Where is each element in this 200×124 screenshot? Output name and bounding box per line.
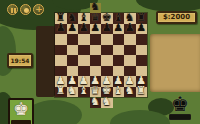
piece-white-pawn[interactable]: ♟ bbox=[90, 75, 102, 86]
piece-black-rook[interactable]: ♜ bbox=[136, 12, 148, 23]
coin-icon bbox=[24, 8, 29, 13]
square-d8[interactable]: ♛ bbox=[90, 13, 102, 24]
square-g7[interactable]: ♟ bbox=[124, 24, 136, 35]
square-e4[interactable] bbox=[101, 55, 113, 66]
square-b8[interactable]: ♞ bbox=[67, 13, 79, 24]
square-f7[interactable]: ♟ bbox=[113, 24, 125, 35]
money-sign: $:2000 bbox=[156, 11, 197, 24]
piece-black-king[interactable]: ♚ bbox=[101, 12, 113, 23]
piece-white-pawn[interactable]: ♟ bbox=[113, 75, 125, 86]
piece-black-pawn[interactable]: ♟ bbox=[136, 22, 148, 33]
plus-button[interactable]: + bbox=[33, 4, 44, 15]
square-h8[interactable]: ♜ bbox=[136, 13, 148, 24]
square-g6[interactable] bbox=[124, 34, 136, 45]
piece-white-pawn[interactable]: ♟ bbox=[124, 75, 136, 86]
square-h4[interactable] bbox=[136, 55, 148, 66]
square-c2[interactable]: ♟ bbox=[78, 76, 90, 87]
piece-black-pawn[interactable]: ♟ bbox=[78, 22, 90, 33]
grass-patch-bottom bbox=[26, 100, 82, 124]
square-a2[interactable]: ♟ bbox=[55, 76, 67, 87]
square-f2[interactable]: ♟ bbox=[113, 76, 125, 87]
piece-white-pawn[interactable]: ♟ bbox=[101, 75, 113, 86]
square-a6[interactable] bbox=[55, 34, 67, 45]
square-f3[interactable] bbox=[113, 66, 125, 77]
square-g5[interactable] bbox=[124, 45, 136, 56]
grass-patch-left bbox=[0, 26, 16, 76]
game-screen: + $:2000 19:54 ♜♞♝♛♚♝♞♜♟♟♟♟♟♟♟♟♟♟♟♟♟♟♟♟♜… bbox=[0, 0, 200, 124]
square-h1[interactable]: ♜ bbox=[136, 87, 148, 98]
square-g1[interactable]: ♞ bbox=[124, 87, 136, 98]
piece-white-knight[interactable]: ♞ bbox=[124, 85, 136, 96]
square-c6[interactable] bbox=[78, 34, 90, 45]
piece-black-queen[interactable]: ♛ bbox=[90, 12, 102, 23]
square-g2[interactable]: ♟ bbox=[124, 76, 136, 87]
piece-white-pawn[interactable]: ♟ bbox=[67, 75, 79, 86]
piece-black-bishop[interactable]: ♝ bbox=[78, 12, 90, 23]
coin-button[interactable] bbox=[20, 4, 31, 15]
piece-black-rook[interactable]: ♜ bbox=[55, 12, 67, 23]
square-a1[interactable]: ♜ bbox=[55, 87, 67, 98]
white-player-name-banner bbox=[11, 120, 31, 124]
square-c7[interactable]: ♟ bbox=[78, 24, 90, 35]
square-a8[interactable]: ♜ bbox=[55, 13, 67, 24]
piece-black-knight[interactable]: ♞ bbox=[124, 12, 136, 23]
spawn-square-below-e1[interactable]: ♞ bbox=[101, 98, 113, 109]
piece-black-pawn[interactable]: ♟ bbox=[101, 22, 113, 33]
square-a5[interactable] bbox=[55, 45, 67, 56]
square-f8[interactable]: ♝ bbox=[113, 13, 125, 24]
piece-white-queen[interactable]: ♛ bbox=[90, 85, 102, 96]
square-d1[interactable]: ♛ bbox=[90, 87, 102, 98]
square-d2[interactable]: ♟ bbox=[90, 76, 102, 87]
square-b4[interactable] bbox=[67, 55, 79, 66]
square-c8[interactable]: ♝ bbox=[78, 13, 90, 24]
square-c4[interactable] bbox=[78, 55, 90, 66]
chess-board: ♜♞♝♛♚♝♞♜♟♟♟♟♟♟♟♟♟♟♟♟♟♟♟♟♜♞♝♛♚♝♞♜ bbox=[55, 13, 147, 97]
square-h7[interactable]: ♟ bbox=[136, 24, 148, 35]
square-b1[interactable]: ♞ bbox=[67, 87, 79, 98]
black-king-face-icon: ♚ bbox=[167, 92, 193, 116]
piece-white-king[interactable]: ♚ bbox=[101, 85, 113, 96]
square-a7[interactable]: ♟ bbox=[55, 24, 67, 35]
money-value: $:2000 bbox=[163, 13, 190, 21]
piece-white-bishop[interactable]: ♝ bbox=[113, 85, 125, 96]
square-f5[interactable] bbox=[113, 45, 125, 56]
square-e5[interactable] bbox=[101, 45, 113, 56]
piece-black-pawn[interactable]: ♟ bbox=[90, 22, 102, 33]
dirt-path-left bbox=[36, 26, 55, 97]
square-e1[interactable]: ♚ bbox=[101, 87, 113, 98]
square-h2[interactable]: ♟ bbox=[136, 76, 148, 87]
square-b6[interactable] bbox=[67, 34, 79, 45]
pause-button[interactable] bbox=[7, 4, 18, 15]
square-h6[interactable] bbox=[136, 34, 148, 45]
spawn-square-below-d1[interactable]: ♞ bbox=[90, 98, 102, 109]
square-e8[interactable]: ♚ bbox=[101, 13, 113, 24]
square-c3[interactable] bbox=[78, 66, 90, 77]
square-a4[interactable] bbox=[55, 55, 67, 66]
piece-white-bishop[interactable]: ♝ bbox=[78, 85, 90, 96]
piece-white-rook[interactable]: ♜ bbox=[55, 85, 67, 96]
square-b7[interactable]: ♟ bbox=[67, 24, 79, 35]
square-g3[interactable] bbox=[124, 66, 136, 77]
piece-white-pawn[interactable]: ♟ bbox=[55, 75, 67, 86]
square-f1[interactable]: ♝ bbox=[113, 87, 125, 98]
piece-white-pawn[interactable]: ♟ bbox=[136, 75, 148, 86]
plus-icon: + bbox=[34, 4, 44, 15]
piece-black-pawn[interactable]: ♟ bbox=[124, 22, 136, 33]
square-h5[interactable] bbox=[136, 45, 148, 56]
square-d5[interactable] bbox=[90, 45, 102, 56]
dirt-field-right bbox=[150, 34, 200, 92]
piece-black-bishop[interactable]: ♝ bbox=[113, 12, 125, 23]
square-e6[interactable] bbox=[101, 34, 113, 45]
piece-black-knight[interactable]: ♞ bbox=[67, 12, 79, 23]
square-b5[interactable] bbox=[67, 45, 79, 56]
square-f6[interactable] bbox=[113, 34, 125, 45]
piece-white-rook[interactable]: ♜ bbox=[136, 85, 148, 96]
spawn-square-above-d8[interactable]: ♞ bbox=[90, 3, 102, 14]
square-d7[interactable]: ♟ bbox=[90, 24, 102, 35]
piece-black-pawn[interactable]: ♟ bbox=[67, 22, 79, 33]
square-h3[interactable] bbox=[136, 66, 148, 77]
square-g4[interactable] bbox=[124, 55, 136, 66]
square-a3[interactable] bbox=[55, 66, 67, 77]
white-king-face-icon: ♚ bbox=[10, 98, 32, 120]
square-d6[interactable] bbox=[90, 34, 102, 45]
square-b3[interactable] bbox=[67, 66, 79, 77]
square-c5[interactable] bbox=[78, 45, 90, 56]
toolbar: + bbox=[7, 4, 44, 15]
square-g8[interactable]: ♞ bbox=[124, 13, 136, 24]
square-c1[interactable]: ♝ bbox=[78, 87, 90, 98]
black-player-name-banner bbox=[169, 114, 191, 120]
white-player-avatar[interactable]: ♚ bbox=[8, 98, 34, 124]
piece-white-knight[interactable]: ♞ bbox=[101, 96, 113, 107]
square-d4[interactable] bbox=[90, 55, 102, 66]
square-f4[interactable] bbox=[113, 55, 125, 66]
square-d3[interactable] bbox=[90, 66, 102, 77]
pause-icon bbox=[11, 8, 16, 13]
timer-sign: 19:54 bbox=[7, 53, 33, 68]
piece-black-knight[interactable]: ♞ bbox=[90, 1, 102, 12]
piece-black-pawn[interactable]: ♟ bbox=[55, 22, 67, 33]
square-e7[interactable]: ♟ bbox=[101, 24, 113, 35]
square-b2[interactable]: ♟ bbox=[67, 76, 79, 87]
square-e3[interactable] bbox=[101, 66, 113, 77]
piece-white-knight[interactable]: ♞ bbox=[67, 85, 79, 96]
piece-black-pawn[interactable]: ♟ bbox=[113, 22, 125, 33]
timer-value: 19:54 bbox=[10, 57, 29, 64]
square-e2[interactable]: ♟ bbox=[101, 76, 113, 87]
piece-white-knight[interactable]: ♞ bbox=[90, 96, 102, 107]
piece-white-pawn[interactable]: ♟ bbox=[78, 75, 90, 86]
